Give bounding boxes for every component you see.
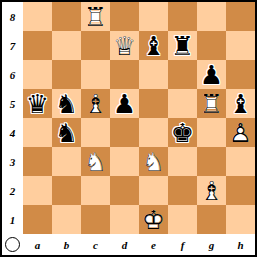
square-a4[interactable] [23,118,52,147]
square-g8[interactable] [197,2,226,31]
rank-label-4: 4 [2,118,23,147]
file-labels: abcdefgh [23,234,255,255]
file-label-h: h [226,234,255,255]
square-g7[interactable] [197,31,226,60]
file-label-d: d [110,234,139,255]
white-knight[interactable]: ♞♘ [139,147,168,176]
black-king[interactable]: ♚ [168,118,197,147]
rank-labels: 87654321 [2,2,23,234]
black-queen[interactable]: ♛ [23,89,52,118]
white-rook[interactable]: ♜♖ [81,2,110,31]
square-h2[interactable] [226,176,255,205]
black-pawn[interactable]: ♟ [197,60,226,89]
square-c8[interactable]: ♜♖ [81,2,110,31]
square-b7[interactable] [52,31,81,60]
white-knight[interactable]: ♞♘ [81,147,110,176]
piece-outline-glyph: ♕ [110,31,139,60]
square-e1[interactable]: ♚♔ [139,205,168,234]
square-g6[interactable]: ♟ [197,60,226,89]
square-h8[interactable] [226,2,255,31]
file-label-e: e [139,234,168,255]
square-g2[interactable]: ♝♗ [197,176,226,205]
piece-outline-glyph: ♖ [197,89,226,118]
square-e7[interactable]: ♝ [139,31,168,60]
square-a5[interactable]: ♛ [23,89,52,118]
square-c1[interactable] [81,205,110,234]
square-a2[interactable] [23,176,52,205]
white-bishop[interactable]: ♝♗ [197,176,226,205]
square-f2[interactable] [168,176,197,205]
square-d7[interactable]: ♛♕ [110,31,139,60]
piece-outline-glyph: ♗ [81,89,110,118]
piece-outline-glyph: ♗ [197,176,226,205]
square-b1[interactable] [52,205,81,234]
black-knight[interactable]: ♞ [52,89,81,118]
piece-solid-glyph: ♜ [168,31,197,60]
square-h5[interactable]: ♝ [226,89,255,118]
white-rook[interactable]: ♜♖ [197,89,226,118]
file-label-f: f [168,234,197,255]
square-b4[interactable]: ♞ [52,118,81,147]
square-d6[interactable] [110,60,139,89]
square-a8[interactable] [23,2,52,31]
square-f6[interactable] [168,60,197,89]
rank-label-1: 1 [2,205,23,234]
file-label-a: a [23,234,52,255]
file-label-b: b [52,234,81,255]
black-bishop[interactable]: ♝ [139,31,168,60]
white-pawn[interactable]: ♟♙ [226,118,255,147]
piece-outline-glyph: ♘ [139,147,168,176]
rank-label-2: 2 [2,176,23,205]
square-g5[interactable]: ♜♖ [197,89,226,118]
piece-solid-glyph: ♛ [23,89,52,118]
square-d1[interactable] [110,205,139,234]
square-e4[interactable] [139,118,168,147]
square-b6[interactable] [52,60,81,89]
square-b8[interactable] [52,2,81,31]
file-label-g: g [197,234,226,255]
white-to-move-indicator [5,237,20,252]
square-f7[interactable]: ♜ [168,31,197,60]
square-c5[interactable]: ♝♗ [81,89,110,118]
square-e5[interactable] [139,89,168,118]
white-king[interactable]: ♚♔ [139,205,168,234]
square-e8[interactable] [139,2,168,31]
square-b5[interactable]: ♞ [52,89,81,118]
square-g3[interactable] [197,147,226,176]
square-c6[interactable] [81,60,110,89]
white-bishop[interactable]: ♝♗ [81,89,110,118]
square-h1[interactable] [226,205,255,234]
piece-solid-glyph: ♞ [52,118,81,147]
rank-label-8: 8 [2,2,23,31]
piece-solid-glyph: ♚ [168,118,197,147]
square-e2[interactable] [139,176,168,205]
square-c2[interactable] [81,176,110,205]
square-a1[interactable] [23,205,52,234]
square-d5[interactable]: ♟ [110,89,139,118]
square-a7[interactable] [23,31,52,60]
square-c4[interactable] [81,118,110,147]
side-to-move-corner [2,234,23,255]
square-f8[interactable] [168,2,197,31]
piece-solid-glyph: ♞ [52,89,81,118]
piece-solid-glyph: ♟ [197,60,226,89]
square-h7[interactable] [226,31,255,60]
square-b2[interactable] [52,176,81,205]
square-e3[interactable]: ♞♘ [139,147,168,176]
black-bishop[interactable]: ♝ [226,89,255,118]
square-c3[interactable]: ♞♘ [81,147,110,176]
square-f5[interactable] [168,89,197,118]
square-b3[interactable] [52,147,81,176]
black-knight[interactable]: ♞ [52,118,81,147]
square-d8[interactable] [110,2,139,31]
square-a6[interactable] [23,60,52,89]
square-c7[interactable] [81,31,110,60]
black-pawn[interactable]: ♟ [110,89,139,118]
piece-outline-glyph: ♙ [226,118,255,147]
rank-label-3: 3 [2,147,23,176]
rank-label-6: 6 [2,60,23,89]
piece-outline-glyph: ♘ [81,147,110,176]
square-d4[interactable] [110,118,139,147]
rank-label-5: 5 [2,89,23,118]
white-queen[interactable]: ♛♕ [110,31,139,60]
square-e6[interactable] [139,60,168,89]
square-f1[interactable] [168,205,197,234]
square-f3[interactable] [168,147,197,176]
rank-label-7: 7 [2,31,23,60]
chess-board: ♜♖♛♕♝♜♟♛♞♝♗♟♜♖♝♞♚♟♙♞♘♞♘♝♗♚♔ [23,2,255,234]
piece-solid-glyph: ♝ [226,89,255,118]
file-label-c: c [81,234,110,255]
square-h3[interactable] [226,147,255,176]
black-rook[interactable]: ♜ [168,31,197,60]
square-h6[interactable] [226,60,255,89]
piece-outline-glyph: ♖ [81,2,110,31]
piece-solid-glyph: ♟ [110,89,139,118]
square-d3[interactable] [110,147,139,176]
square-f4[interactable]: ♚ [168,118,197,147]
square-g1[interactable] [197,205,226,234]
square-a3[interactable] [23,147,52,176]
square-g4[interactable] [197,118,226,147]
piece-outline-glyph: ♔ [139,205,168,234]
square-h4[interactable]: ♟♙ [226,118,255,147]
piece-solid-glyph: ♝ [139,31,168,60]
chess-diagram: 87654321 ♜♖♛♕♝♜♟♛♞♝♗♟♜♖♝♞♚♟♙♞♘♞♘♝♗♚♔ abc… [0,0,257,257]
square-d2[interactable] [110,176,139,205]
